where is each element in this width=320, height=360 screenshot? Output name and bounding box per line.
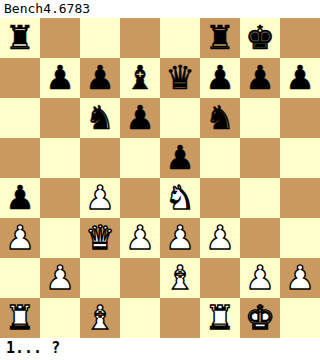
square-h7[interactable]: ♟ — [280, 58, 320, 98]
square-b8[interactable] — [40, 18, 80, 58]
black-queen: ♛ — [165, 58, 195, 98]
black-pawn: ♟ — [245, 58, 275, 98]
white-rook: ♜ — [5, 298, 35, 338]
square-a1[interactable]: ♜ — [0, 298, 40, 338]
square-a7[interactable] — [0, 58, 40, 98]
black-knight: ♞ — [205, 98, 235, 138]
square-b3[interactable] — [40, 218, 80, 258]
square-c6[interactable]: ♞ — [80, 98, 120, 138]
square-c4[interactable]: ♟ — [80, 178, 120, 218]
window-title: Bench4.6783 — [0, 0, 320, 18]
white-pawn: ♟ — [125, 218, 155, 258]
square-a6[interactable] — [0, 98, 40, 138]
black-rook: ♜ — [205, 18, 235, 58]
black-king: ♚ — [245, 18, 275, 58]
square-d4[interactable] — [120, 178, 160, 218]
square-a4[interactable]: ♟ — [0, 178, 40, 218]
white-king: ♚ — [245, 298, 275, 338]
square-a5[interactable] — [0, 138, 40, 178]
black-bishop: ♝ — [125, 58, 155, 98]
square-c7[interactable]: ♟ — [80, 58, 120, 98]
white-bishop: ♝ — [165, 258, 195, 298]
black-pawn: ♟ — [125, 98, 155, 138]
white-pawn: ♟ — [45, 258, 75, 298]
black-pawn: ♟ — [5, 178, 35, 218]
square-f5[interactable] — [200, 138, 240, 178]
white-pawn: ♟ — [85, 178, 115, 218]
square-b5[interactable] — [40, 138, 80, 178]
square-c3[interactable]: ♛ — [80, 218, 120, 258]
move-prompt: 1... ? — [0, 338, 320, 360]
square-g1[interactable]: ♚ — [240, 298, 280, 338]
square-c1[interactable]: ♝ — [80, 298, 120, 338]
white-pawn: ♟ — [245, 258, 275, 298]
square-g4[interactable] — [240, 178, 280, 218]
square-h8[interactable] — [280, 18, 320, 58]
square-h3[interactable] — [280, 218, 320, 258]
square-b1[interactable] — [40, 298, 80, 338]
square-d1[interactable] — [120, 298, 160, 338]
square-d2[interactable] — [120, 258, 160, 298]
square-b4[interactable] — [40, 178, 80, 218]
square-h4[interactable] — [280, 178, 320, 218]
black-pawn: ♟ — [45, 58, 75, 98]
black-knight: ♞ — [85, 98, 115, 138]
square-f6[interactable]: ♞ — [200, 98, 240, 138]
white-pawn: ♟ — [285, 258, 315, 298]
square-f1[interactable]: ♜ — [200, 298, 240, 338]
square-d3[interactable]: ♟ — [120, 218, 160, 258]
square-e8[interactable] — [160, 18, 200, 58]
square-e5[interactable]: ♟ — [160, 138, 200, 178]
white-rook: ♜ — [205, 298, 235, 338]
square-g2[interactable]: ♟ — [240, 258, 280, 298]
square-e3[interactable]: ♟ — [160, 218, 200, 258]
black-pawn: ♟ — [165, 138, 195, 178]
white-pawn: ♟ — [205, 218, 235, 258]
square-a3[interactable]: ♟ — [0, 218, 40, 258]
square-a8[interactable]: ♜ — [0, 18, 40, 58]
square-d8[interactable] — [120, 18, 160, 58]
square-h5[interactable] — [280, 138, 320, 178]
chess-board: ♜♜♚♟♟♝♛♟♟♟♞♟♞♟♟♟♞♟♛♟♟♟♟♝♟♟♜♝♜♚ — [0, 18, 320, 338]
square-c5[interactable] — [80, 138, 120, 178]
square-h2[interactable]: ♟ — [280, 258, 320, 298]
square-e7[interactable]: ♛ — [160, 58, 200, 98]
square-f2[interactable] — [200, 258, 240, 298]
square-d7[interactable]: ♝ — [120, 58, 160, 98]
white-queen: ♛ — [85, 218, 115, 258]
square-d5[interactable] — [120, 138, 160, 178]
black-rook: ♜ — [5, 18, 35, 58]
square-h6[interactable] — [280, 98, 320, 138]
square-e2[interactable]: ♝ — [160, 258, 200, 298]
square-b2[interactable]: ♟ — [40, 258, 80, 298]
square-d6[interactable]: ♟ — [120, 98, 160, 138]
square-f3[interactable]: ♟ — [200, 218, 240, 258]
square-g5[interactable] — [240, 138, 280, 178]
black-pawn: ♟ — [85, 58, 115, 98]
square-g7[interactable]: ♟ — [240, 58, 280, 98]
square-b7[interactable]: ♟ — [40, 58, 80, 98]
square-c2[interactable] — [80, 258, 120, 298]
square-f4[interactable] — [200, 178, 240, 218]
square-e4[interactable]: ♞ — [160, 178, 200, 218]
square-e1[interactable] — [160, 298, 200, 338]
white-pawn: ♟ — [165, 218, 195, 258]
white-knight: ♞ — [165, 178, 195, 218]
white-pawn: ♟ — [5, 218, 35, 258]
square-g3[interactable] — [240, 218, 280, 258]
square-e6[interactable] — [160, 98, 200, 138]
square-c8[interactable] — [80, 18, 120, 58]
black-pawn: ♟ — [205, 58, 235, 98]
white-bishop: ♝ — [85, 298, 115, 338]
square-a2[interactable] — [0, 258, 40, 298]
square-f8[interactable]: ♜ — [200, 18, 240, 58]
black-pawn: ♟ — [285, 58, 315, 98]
square-h1[interactable] — [280, 298, 320, 338]
square-b6[interactable] — [40, 98, 80, 138]
square-g8[interactable]: ♚ — [240, 18, 280, 58]
square-f7[interactable]: ♟ — [200, 58, 240, 98]
square-g6[interactable] — [240, 98, 280, 138]
